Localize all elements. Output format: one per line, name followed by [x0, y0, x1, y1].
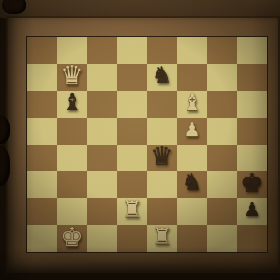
square-f5[interactable]: ♟ — [177, 118, 207, 145]
square-d6[interactable] — [117, 91, 147, 118]
chess-board-frame: ♛♞♝♝♟♛♞♚♜♟♚♜ — [6, 16, 280, 273]
black-bishop[interactable]: ♝ — [62, 91, 83, 114]
square-d5[interactable] — [117, 118, 147, 145]
square-g5[interactable] — [207, 118, 237, 145]
white-bishop[interactable]: ♝ — [182, 91, 203, 114]
square-a3[interactable] — [27, 171, 57, 198]
black-pawn[interactable]: ♟ — [243, 200, 260, 219]
square-h1[interactable] — [237, 225, 267, 252]
square-a4[interactable] — [27, 145, 57, 172]
black-knight[interactable]: ♞ — [152, 64, 173, 87]
square-a7[interactable] — [27, 64, 57, 91]
square-g4[interactable] — [207, 145, 237, 172]
square-h3[interactable]: ♚ — [237, 171, 267, 198]
square-h7[interactable] — [237, 64, 267, 91]
black-queen[interactable]: ♛ — [150, 143, 173, 169]
square-c8[interactable] — [87, 37, 117, 64]
captured-piece — [2, 0, 26, 14]
square-b7[interactable]: ♛ — [57, 64, 87, 91]
square-h2[interactable]: ♟ — [237, 198, 267, 225]
square-c5[interactable] — [87, 118, 117, 145]
square-g8[interactable] — [207, 37, 237, 64]
square-d3[interactable] — [117, 171, 147, 198]
square-f1[interactable] — [177, 225, 207, 252]
square-c6[interactable] — [87, 91, 117, 118]
square-e7[interactable]: ♞ — [147, 64, 177, 91]
chess-board[interactable]: ♛♞♝♝♟♛♞♚♜♟♚♜ — [27, 37, 267, 252]
square-g7[interactable] — [207, 64, 237, 91]
square-f8[interactable] — [177, 37, 207, 64]
square-g1[interactable] — [207, 225, 237, 252]
square-a8[interactable] — [27, 37, 57, 64]
square-a6[interactable] — [27, 91, 57, 118]
square-f6[interactable]: ♝ — [177, 91, 207, 118]
square-g6[interactable] — [207, 91, 237, 118]
square-b6[interactable]: ♝ — [57, 91, 87, 118]
square-a1[interactable] — [27, 225, 57, 252]
square-c7[interactable] — [87, 64, 117, 91]
square-d4[interactable] — [117, 145, 147, 172]
square-e4[interactable]: ♛ — [147, 145, 177, 172]
square-f3[interactable]: ♞ — [177, 171, 207, 198]
square-a5[interactable] — [27, 118, 57, 145]
square-e3[interactable] — [147, 171, 177, 198]
square-b4[interactable] — [57, 145, 87, 172]
square-a2[interactable] — [27, 198, 57, 225]
square-c4[interactable] — [87, 145, 117, 172]
square-d7[interactable] — [117, 64, 147, 91]
square-d1[interactable] — [117, 225, 147, 252]
square-g2[interactable] — [207, 198, 237, 225]
white-king[interactable]: ♚ — [60, 224, 83, 250]
square-g3[interactable] — [207, 171, 237, 198]
white-rook[interactable]: ♜ — [152, 225, 173, 248]
square-h5[interactable] — [237, 118, 267, 145]
black-knight[interactable]: ♞ — [182, 171, 203, 194]
square-d8[interactable] — [117, 37, 147, 64]
square-b5[interactable] — [57, 118, 87, 145]
square-c2[interactable] — [87, 198, 117, 225]
square-f7[interactable] — [177, 64, 207, 91]
white-pawn[interactable]: ♟ — [183, 120, 200, 139]
square-b1[interactable]: ♚ — [57, 225, 87, 252]
square-h6[interactable] — [237, 91, 267, 118]
square-b3[interactable] — [57, 171, 87, 198]
white-rook[interactable]: ♜ — [122, 198, 143, 221]
square-c3[interactable] — [87, 171, 117, 198]
square-h8[interactable] — [237, 37, 267, 64]
square-d2[interactable]: ♜ — [117, 198, 147, 225]
square-f2[interactable] — [177, 198, 207, 225]
square-e1[interactable]: ♜ — [147, 225, 177, 252]
square-c1[interactable] — [87, 225, 117, 252]
black-king[interactable]: ♚ — [240, 170, 263, 196]
square-e8[interactable] — [147, 37, 177, 64]
white-queen[interactable]: ♛ — [60, 62, 83, 88]
square-f4[interactable] — [177, 145, 207, 172]
square-e6[interactable] — [147, 91, 177, 118]
square-e2[interactable] — [147, 198, 177, 225]
table-background: ♛♞♝♝♟♛♞♚♜♟♚♜ — [0, 0, 280, 280]
